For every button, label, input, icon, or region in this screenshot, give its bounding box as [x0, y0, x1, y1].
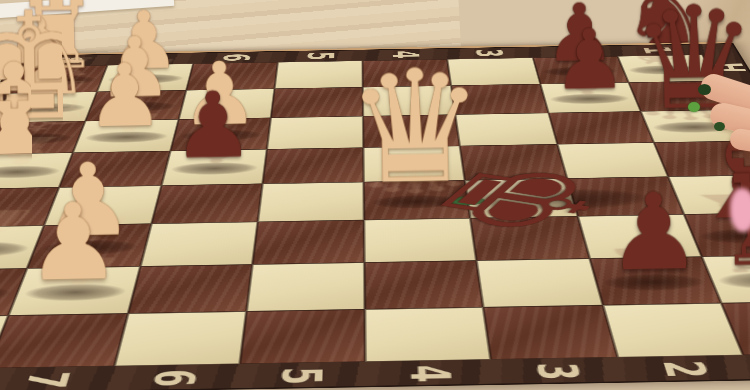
piece-glyph: ♟ [25, 189, 122, 297]
piece-glyph: ♟ [552, 17, 628, 101]
green-fingernail [698, 84, 711, 95]
square-a5 [239, 309, 365, 364]
finger [729, 127, 750, 153]
square-a4 [365, 307, 491, 362]
piece-glyph: ♟ [172, 80, 255, 172]
square-c6 [140, 222, 258, 266]
green-fingernail [714, 122, 725, 131]
coord-number-near-7: 7 [16, 371, 77, 389]
piece-glyph: ♜ [0, 171, 14, 299]
coord-number-near-6: 6 [145, 369, 204, 387]
coord-number-near-5: 5 [273, 366, 329, 384]
coord-number-near-4: 4 [401, 364, 457, 382]
chess-board: HH88GG77FF66EE55DD44CC33BB22AA11♜♜♟♟♟♟♞♞… [0, 42, 750, 390]
coord-number-near-2: 2 [654, 360, 715, 378]
square-c5 [252, 220, 364, 264]
player-hand [680, 70, 750, 180]
square-a3 [484, 305, 617, 360]
square-b5 [246, 262, 365, 311]
pink-object [730, 188, 750, 232]
square-b3 [477, 258, 602, 307]
camera-tilt: HH88GG77FF66EE55DD44CC33BB22AA11♜♜♟♟♟♟♞♞… [0, 0, 750, 390]
square-b6 [127, 264, 252, 313]
piece-glyph: ♟ [85, 52, 164, 140]
square-a7 [0, 313, 127, 368]
photo-chess-scene: HH88GG77FF66EE55DD44CC33BB22AA11♜♜♟♟♟♟♞♞… [0, 0, 750, 390]
coord-number-near-3: 3 [528, 362, 587, 380]
square-d6 [151, 184, 262, 224]
piece-glyph: ♛ [344, 47, 486, 205]
green-fingernail [688, 102, 700, 112]
square-b4 [364, 260, 483, 309]
square-a2 [602, 303, 743, 357]
coord-number-far-5: 5 [302, 52, 339, 60]
square-a6 [114, 311, 246, 366]
piece-glyph: ♟ [606, 179, 703, 287]
perspective-container: HH88GG77FF66EE55DD44CC33BB22AA11♜♜♟♟♟♟♞♞… [0, 0, 750, 390]
